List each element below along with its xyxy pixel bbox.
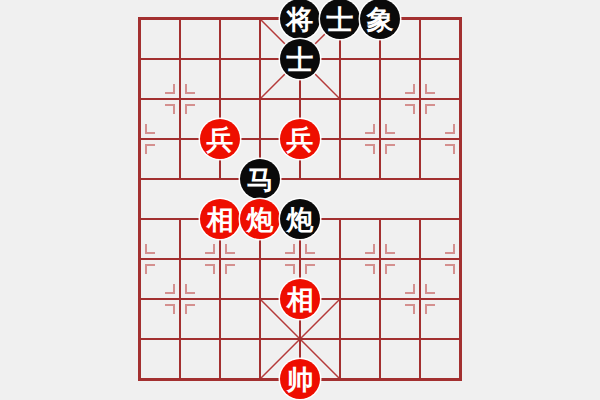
grid-file-line <box>419 19 421 179</box>
point-marker <box>305 244 315 254</box>
piece-glyph: 炮 <box>287 206 314 233</box>
piece-glyph: 象 <box>367 6 394 33</box>
grid-rank-line <box>139 178 461 180</box>
grid-file-line <box>379 19 381 179</box>
piece-red-elephant[interactable]: 相 <box>200 199 240 239</box>
point-marker <box>145 264 155 274</box>
point-marker <box>425 284 435 294</box>
piece-black-advisor[interactable]: 士 <box>320 0 360 39</box>
grid-file-line <box>219 219 221 379</box>
point-marker <box>285 264 295 274</box>
point-marker <box>445 124 455 134</box>
piece-black-advisor[interactable]: 士 <box>280 39 320 79</box>
point-marker <box>405 84 415 94</box>
point-marker <box>225 264 235 274</box>
grid-file-line <box>419 219 421 379</box>
piece-glyph: 相 <box>287 286 314 313</box>
piece-glyph: 炮 <box>247 206 274 233</box>
grid-file-line <box>339 219 341 379</box>
piece-glyph: 士 <box>327 6 354 33</box>
point-marker <box>405 284 415 294</box>
point-marker <box>425 84 435 94</box>
grid-file-line <box>179 219 181 379</box>
point-marker <box>385 264 395 274</box>
point-marker <box>445 144 455 154</box>
grid-file-line <box>259 219 261 379</box>
grid-rank-line <box>139 98 461 100</box>
point-marker <box>165 104 175 114</box>
point-marker <box>385 124 395 134</box>
piece-glyph: 兵 <box>287 126 314 153</box>
point-marker <box>185 304 195 314</box>
point-marker <box>145 124 155 134</box>
piece-glyph: 马 <box>247 166 274 193</box>
grid-file-line <box>339 19 341 179</box>
point-marker <box>145 144 155 154</box>
point-marker <box>205 264 215 274</box>
piece-black-elephant[interactable]: 象 <box>360 0 400 39</box>
point-marker <box>425 104 435 114</box>
point-marker <box>205 244 215 254</box>
piece-red-soldier[interactable]: 兵 <box>200 119 240 159</box>
piece-glyph: 士 <box>287 46 314 73</box>
point-marker <box>185 104 195 114</box>
piece-black-horse[interactable]: 马 <box>240 159 280 199</box>
piece-red-cannon[interactable]: 炮 <box>240 199 280 239</box>
point-marker <box>365 264 375 274</box>
point-marker <box>385 244 395 254</box>
piece-red-general[interactable]: 帅 <box>280 359 320 399</box>
point-marker <box>185 84 195 94</box>
point-marker <box>405 304 415 314</box>
point-marker <box>145 244 155 254</box>
grid-rank-line <box>139 258 461 260</box>
point-marker <box>365 244 375 254</box>
piece-black-general[interactable]: 将 <box>280 0 320 39</box>
point-marker <box>225 244 235 254</box>
point-marker <box>305 264 315 274</box>
piece-glyph: 兵 <box>207 126 234 153</box>
grid-file-line <box>379 219 381 379</box>
piece-glyph: 相 <box>207 206 234 233</box>
point-marker <box>445 244 455 254</box>
piece-red-elephant[interactable]: 相 <box>280 279 320 319</box>
point-marker <box>165 304 175 314</box>
piece-red-soldier[interactable]: 兵 <box>280 119 320 159</box>
piece-glyph: 将 <box>287 6 314 33</box>
point-marker <box>385 144 395 154</box>
point-marker <box>445 264 455 274</box>
grid-file-line <box>259 19 261 179</box>
point-marker <box>165 84 175 94</box>
point-marker <box>365 144 375 154</box>
xiangqi-board[interactable]: 将士象士兵兵马相炮炮相帅 <box>140 19 460 379</box>
piece-black-cannon[interactable]: 炮 <box>280 199 320 239</box>
point-marker <box>405 104 415 114</box>
point-marker <box>365 124 375 134</box>
grid-rank-line <box>139 338 461 340</box>
point-marker <box>285 244 295 254</box>
point-marker <box>185 284 195 294</box>
point-marker <box>165 284 175 294</box>
grid-file-line <box>179 19 181 179</box>
point-marker <box>425 304 435 314</box>
piece-glyph: 帅 <box>287 366 314 393</box>
